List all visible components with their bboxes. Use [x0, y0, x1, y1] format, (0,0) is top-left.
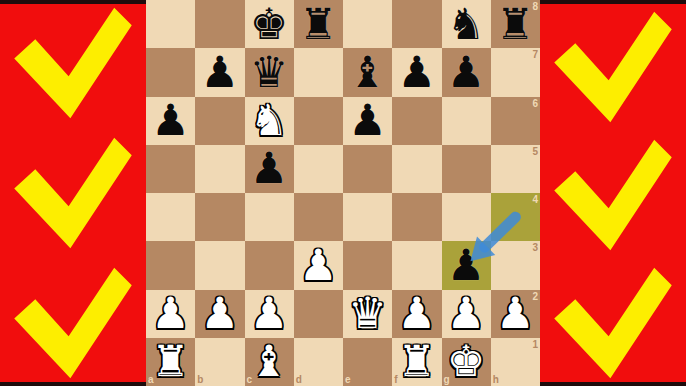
checkmark-icon: [547, 266, 679, 380]
letterbox-strip: [540, 382, 686, 386]
square-e3[interactable]: [343, 241, 392, 289]
square-h4[interactable]: 4: [491, 193, 540, 241]
letterbox-strip: [0, 382, 146, 386]
square-g1[interactable]: ♚g: [442, 338, 491, 386]
square-h5[interactable]: 5: [491, 145, 540, 193]
square-c5[interactable]: ♟: [245, 145, 294, 193]
square-h6[interactable]: 6: [491, 97, 540, 145]
rank-label-2: 2: [532, 292, 538, 302]
square-e5[interactable]: [343, 145, 392, 193]
square-c7[interactable]: ♛: [245, 48, 294, 96]
square-c4[interactable]: [245, 193, 294, 241]
square-d2[interactable]: [294, 290, 343, 338]
square-g4[interactable]: [442, 193, 491, 241]
square-f8[interactable]: [392, 0, 441, 48]
square-d6[interactable]: [294, 97, 343, 145]
checkmark-icon: [7, 136, 139, 250]
square-e1[interactable]: e: [343, 338, 392, 386]
square-b8[interactable]: [195, 0, 244, 48]
file-label-h: h: [493, 375, 499, 385]
square-e7[interactable]: ♝: [343, 48, 392, 96]
white-pawn[interactable]: ♟: [398, 292, 437, 335]
white-king[interactable]: ♚: [447, 340, 486, 383]
white-pawn[interactable]: ♟: [201, 292, 240, 335]
square-c8[interactable]: ♚: [245, 0, 294, 48]
square-b7[interactable]: ♟: [195, 48, 244, 96]
checkmark-icon: [7, 266, 139, 380]
file-label-e: e: [345, 375, 351, 385]
file-label-a: a: [148, 375, 154, 385]
rank-label-5: 5: [532, 147, 538, 157]
square-f7[interactable]: ♟: [392, 48, 441, 96]
square-g2[interactable]: ♟: [442, 290, 491, 338]
rank-label-6: 6: [532, 99, 538, 109]
square-a3[interactable]: [146, 241, 195, 289]
square-e2[interactable]: ♛: [343, 290, 392, 338]
white-pawn[interactable]: ♟: [496, 292, 535, 335]
square-b4[interactable]: [195, 193, 244, 241]
black-bishop[interactable]: ♝: [348, 51, 387, 94]
black-pawn[interactable]: ♟: [201, 51, 240, 94]
square-b3[interactable]: [195, 241, 244, 289]
white-rook[interactable]: ♜: [398, 340, 437, 383]
square-b1[interactable]: b: [195, 338, 244, 386]
square-c6[interactable]: ♞: [245, 97, 294, 145]
rank-label-3: 3: [532, 243, 538, 253]
white-pawn[interactable]: ♟: [447, 292, 486, 335]
black-rook[interactable]: ♜: [299, 3, 338, 46]
square-g7[interactable]: ♟: [442, 48, 491, 96]
square-b2[interactable]: ♟: [195, 290, 244, 338]
square-f6[interactable]: [392, 97, 441, 145]
file-label-d: d: [296, 375, 302, 385]
square-a5[interactable]: [146, 145, 195, 193]
square-a6[interactable]: ♟: [146, 97, 195, 145]
square-h2[interactable]: ♟2: [491, 290, 540, 338]
black-pawn[interactable]: ♟: [398, 51, 437, 94]
square-d5[interactable]: [294, 145, 343, 193]
square-e8[interactable]: [343, 0, 392, 48]
black-pawn[interactable]: ♟: [250, 147, 289, 190]
square-c2[interactable]: ♟: [245, 290, 294, 338]
square-d1[interactable]: d: [294, 338, 343, 386]
black-pawn[interactable]: ♟: [151, 99, 190, 142]
file-label-c: c: [247, 375, 253, 385]
square-d7[interactable]: [294, 48, 343, 96]
square-g6[interactable]: [442, 97, 491, 145]
letterbox-strip: [0, 0, 146, 4]
square-a2[interactable]: ♟: [146, 290, 195, 338]
file-label-f: f: [394, 375, 397, 385]
square-e4[interactable]: [343, 193, 392, 241]
black-rook[interactable]: ♜: [496, 3, 535, 46]
white-rook[interactable]: ♜: [151, 340, 190, 383]
square-f3[interactable]: [392, 241, 441, 289]
square-e6[interactable]: ♟: [343, 97, 392, 145]
rank-label-7: 7: [532, 50, 538, 60]
square-c1[interactable]: ♝c: [245, 338, 294, 386]
white-knight[interactable]: ♞: [250, 99, 289, 142]
square-b5[interactable]: [195, 145, 244, 193]
rank-label-4: 4: [532, 195, 538, 205]
square-f2[interactable]: ♟: [392, 290, 441, 338]
rank-label-8: 8: [532, 2, 538, 12]
square-d3[interactable]: ♟: [294, 241, 343, 289]
square-d8[interactable]: ♜: [294, 0, 343, 48]
white-pawn[interactable]: ♟: [151, 292, 190, 335]
square-b6[interactable]: [195, 97, 244, 145]
white-queen[interactable]: ♛: [348, 292, 387, 335]
square-a4[interactable]: [146, 193, 195, 241]
checkmark-icon: [7, 6, 139, 120]
black-pawn[interactable]: ♟: [348, 99, 387, 142]
square-a8[interactable]: [146, 0, 195, 48]
white-pawn[interactable]: ♟: [250, 292, 289, 335]
video-frame: ♚♜♞♜8♟♛♝♟♟7♟♞♟6♟54♟♟3♟♟♟♛♟♟♟2♜ab♝cde♜f♚g…: [0, 0, 686, 386]
square-c3[interactable]: [245, 241, 294, 289]
square-d4[interactable]: [294, 193, 343, 241]
square-a1[interactable]: ♜a: [146, 338, 195, 386]
black-queen[interactable]: ♛: [250, 51, 289, 94]
square-g5[interactable]: [442, 145, 491, 193]
square-f4[interactable]: [392, 193, 441, 241]
checkmark-icon: [547, 10, 679, 124]
square-g8[interactable]: ♞: [442, 0, 491, 48]
checkmark-icon: [547, 138, 679, 252]
square-g3[interactable]: ♟: [442, 241, 491, 289]
letterbox-strip: [540, 0, 686, 4]
square-h7[interactable]: 7: [491, 48, 540, 96]
file-label-b: b: [197, 375, 203, 385]
black-pawn[interactable]: ♟: [447, 244, 486, 287]
left-decoration-band: [0, 0, 146, 386]
square-f5[interactable]: [392, 145, 441, 193]
square-h3[interactable]: 3: [491, 241, 540, 289]
black-pawn[interactable]: ♟: [447, 51, 486, 94]
square-f1[interactable]: ♜f: [392, 338, 441, 386]
right-decoration-band: [540, 0, 686, 386]
black-king[interactable]: ♚: [250, 3, 289, 46]
square-h8[interactable]: ♜8: [491, 0, 540, 48]
rank-label-1: 1: [532, 340, 538, 350]
square-h1[interactable]: 1h: [491, 338, 540, 386]
chess-board[interactable]: ♚♜♞♜8♟♛♝♟♟7♟♞♟6♟54♟♟3♟♟♟♛♟♟♟2♜ab♝cde♜f♚g…: [146, 0, 540, 386]
square-a7[interactable]: [146, 48, 195, 96]
white-bishop[interactable]: ♝: [250, 340, 289, 383]
file-label-g: g: [444, 375, 450, 385]
white-pawn[interactable]: ♟: [299, 244, 338, 287]
black-knight[interactable]: ♞: [447, 3, 486, 46]
